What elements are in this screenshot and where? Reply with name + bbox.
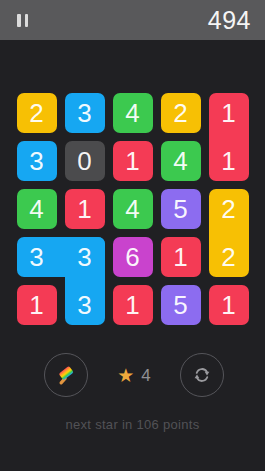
- tile-merged-vertical[interactable]: [209, 93, 249, 181]
- tile[interactable]: [161, 93, 201, 133]
- tile[interactable]: [17, 189, 57, 229]
- hammer-icon: [53, 362, 79, 388]
- top-bar: 494: [0, 0, 265, 40]
- tile[interactable]: [113, 237, 153, 277]
- tile-merged-vertical[interactable]: [209, 189, 249, 277]
- refresh-button[interactable]: [180, 353, 224, 397]
- tile-l-vertical[interactable]: [65, 237, 105, 325]
- game-board: 2342130141414523361213151: [17, 93, 249, 325]
- pause-button[interactable]: [17, 14, 28, 27]
- star-counter: ★ 4: [117, 366, 151, 385]
- star-count: 4: [141, 367, 150, 384]
- tile[interactable]: [161, 237, 201, 277]
- pause-icon: [25, 14, 29, 27]
- tile[interactable]: [17, 93, 57, 133]
- score-display: 494: [208, 8, 251, 33]
- tile[interactable]: [17, 285, 57, 325]
- tile[interactable]: [113, 189, 153, 229]
- bottom-controls: ★ 4: [0, 353, 265, 397]
- pause-icon: [17, 14, 21, 27]
- tile[interactable]: [161, 189, 201, 229]
- tile[interactable]: [65, 189, 105, 229]
- tile[interactable]: [161, 285, 201, 325]
- hammer-button[interactable]: [44, 353, 88, 397]
- status-text: next star in 106 points: [0, 417, 265, 432]
- star-icon: ★: [117, 366, 134, 385]
- tile[interactable]: [209, 285, 249, 325]
- tile[interactable]: [113, 141, 153, 181]
- tile[interactable]: [113, 285, 153, 325]
- tile[interactable]: [113, 93, 153, 133]
- tile[interactable]: [161, 141, 201, 181]
- tile[interactable]: [65, 93, 105, 133]
- tile[interactable]: [17, 141, 57, 181]
- refresh-icon: [189, 362, 215, 388]
- tile[interactable]: [65, 141, 105, 181]
